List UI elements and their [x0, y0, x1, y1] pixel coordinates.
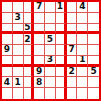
cell-r6c9[interactable] [88, 56, 99, 67]
cell-r4c6[interactable] [56, 34, 67, 45]
cell-r7c7[interactable]: 2 [67, 67, 78, 78]
cell-r8c7[interactable] [67, 77, 78, 88]
cell-r2c7[interactable] [67, 13, 78, 24]
cell-r7c6[interactable] [56, 67, 67, 78]
cell-r2c3[interactable] [24, 13, 35, 24]
cell-r3c4[interactable] [34, 24, 45, 35]
cell-r2c1[interactable] [2, 13, 13, 24]
cell-r9c3[interactable] [24, 88, 35, 99]
cell-r3c8[interactable] [77, 24, 88, 35]
cell-r4c5[interactable]: 5 [45, 34, 56, 45]
cell-r5c9[interactable] [88, 45, 99, 56]
cell-r1c4[interactable]: 7 [34, 2, 45, 13]
cell-r9c7[interactable] [67, 88, 78, 99]
cell-r2c5[interactable] [45, 13, 56, 24]
cell-r5c1[interactable]: 9 [2, 45, 13, 56]
cell-r8c2[interactable]: 1 [13, 77, 24, 88]
cell-r6c5[interactable]: 3 [45, 56, 56, 67]
cell-r1c8[interactable]: 4 [77, 2, 88, 13]
cell-r4c4[interactable] [34, 34, 45, 45]
cell-r1c9[interactable] [88, 2, 99, 13]
cell-r1c2[interactable] [13, 2, 24, 13]
cell-r8c9[interactable] [88, 77, 99, 88]
cell-r2c4[interactable] [34, 13, 45, 24]
cell-r4c2[interactable] [13, 34, 24, 45]
cell-r2c8[interactable] [77, 13, 88, 24]
cell-r6c8[interactable]: 1 [77, 56, 88, 67]
cell-r7c1[interactable] [2, 67, 13, 78]
cell-r1c5[interactable] [45, 2, 56, 13]
cell-r5c7[interactable]: 7 [67, 45, 78, 56]
cell-r3c3[interactable]: 5 [24, 24, 35, 35]
cell-r4c9[interactable] [88, 34, 99, 45]
cell-r8c5[interactable] [45, 77, 56, 88]
cell-r7c9[interactable]: 5 [88, 67, 99, 78]
cell-r8c8[interactable] [77, 77, 88, 88]
cell-r9c6[interactable] [56, 88, 67, 99]
cell-r3c5[interactable] [45, 24, 56, 35]
cell-r2c6[interactable] [56, 13, 67, 24]
cell-r9c2[interactable] [13, 88, 24, 99]
cell-r3c7[interactable] [67, 24, 78, 35]
cell-r7c5[interactable] [45, 67, 56, 78]
sudoku-board: 71435259731925418 [0, 0, 101, 101]
cell-r3c9[interactable] [88, 24, 99, 35]
cell-r3c6[interactable] [56, 24, 67, 35]
cell-r5c5[interactable] [45, 45, 56, 56]
cell-r9c9[interactable] [88, 88, 99, 99]
cell-r5c2[interactable] [13, 45, 24, 56]
cell-r5c4[interactable] [34, 45, 45, 56]
cell-r9c8[interactable] [77, 88, 88, 99]
cell-r7c3[interactable] [24, 67, 35, 78]
cell-r1c7[interactable] [67, 2, 78, 13]
cell-r6c6[interactable] [56, 56, 67, 67]
cell-r1c6[interactable]: 1 [56, 2, 67, 13]
cell-r7c4[interactable]: 9 [34, 67, 45, 78]
cell-r9c4[interactable] [34, 88, 45, 99]
cell-r6c1[interactable] [2, 56, 13, 67]
cell-r8c1[interactable]: 4 [2, 77, 13, 88]
cell-r6c2[interactable] [13, 56, 24, 67]
cell-r4c3[interactable]: 2 [24, 34, 35, 45]
cell-r6c3[interactable] [24, 56, 35, 67]
cell-r4c7[interactable] [67, 34, 78, 45]
cell-r2c2[interactable]: 3 [13, 13, 24, 24]
cell-r7c8[interactable] [77, 67, 88, 78]
cell-r3c2[interactable] [13, 24, 24, 35]
cell-r8c3[interactable] [24, 77, 35, 88]
cell-r6c4[interactable] [34, 56, 45, 67]
cell-r5c8[interactable] [77, 45, 88, 56]
cell-r8c6[interactable] [56, 77, 67, 88]
cell-r9c1[interactable] [2, 88, 13, 99]
cell-r4c1[interactable] [2, 34, 13, 45]
cell-r5c3[interactable] [24, 45, 35, 56]
cell-r6c7[interactable] [67, 56, 78, 67]
cell-r7c2[interactable] [13, 67, 24, 78]
cell-r9c5[interactable] [45, 88, 56, 99]
cell-r8c4[interactable]: 8 [34, 77, 45, 88]
cell-r4c8[interactable] [77, 34, 88, 45]
cell-r5c6[interactable] [56, 45, 67, 56]
cell-r1c1[interactable] [2, 2, 13, 13]
cell-r1c3[interactable] [24, 2, 35, 13]
cell-r2c9[interactable] [88, 13, 99, 24]
cell-r3c1[interactable] [2, 24, 13, 35]
